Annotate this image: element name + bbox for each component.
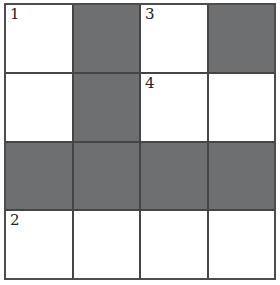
cell-r0c1-block — [74, 5, 140, 72]
cell-r2c1-block — [74, 143, 140, 210]
crossword-board: 1342 — [4, 3, 276, 280]
cell-r3c1[interactable] — [74, 211, 140, 278]
cell-r0c2[interactable]: 3 — [141, 5, 207, 72]
clue-number: 3 — [145, 5, 155, 23]
cell-r1c0[interactable] — [6, 74, 72, 141]
clue-number: 4 — [145, 74, 155, 92]
clue-number: 1 — [10, 5, 20, 23]
cell-r2c3-block — [209, 143, 275, 210]
cell-r2c0-block — [6, 143, 72, 210]
puzzle-page: 1342 — [0, 0, 280, 285]
clue-number: 2 — [10, 211, 20, 229]
cell-r3c2[interactable] — [141, 211, 207, 278]
cell-r2c2-block — [141, 143, 207, 210]
cell-r1c2[interactable]: 4 — [141, 74, 207, 141]
cell-r0c0[interactable]: 1 — [6, 5, 72, 72]
cell-r1c1-block — [74, 74, 140, 141]
cell-r3c0[interactable]: 2 — [6, 211, 72, 278]
cell-r0c3-block — [209, 5, 275, 72]
cell-r3c3[interactable] — [209, 211, 275, 278]
cell-r1c3[interactable] — [209, 74, 275, 141]
